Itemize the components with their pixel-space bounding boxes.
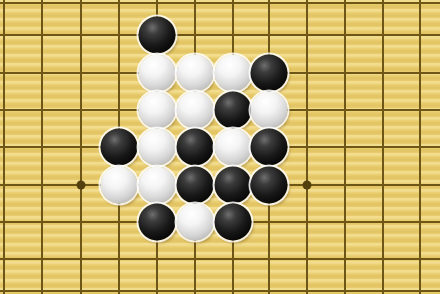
black-stone[interactable] (139, 17, 176, 54)
white-stone[interactable] (177, 92, 214, 129)
grid-line-horizontal (0, 258, 440, 260)
white-stone[interactable] (177, 204, 214, 241)
black-stone[interactable] (214, 166, 251, 203)
white-stone[interactable] (251, 92, 288, 129)
star-point (303, 180, 312, 189)
grid-line-horizontal (0, 2, 440, 4)
white-stone[interactable] (139, 92, 176, 129)
grid-line-horizontal (0, 34, 440, 36)
star-point (77, 180, 86, 189)
black-stone[interactable] (251, 54, 288, 91)
black-stone[interactable] (177, 129, 214, 166)
black-stone[interactable] (251, 166, 288, 203)
white-stone[interactable] (139, 54, 176, 91)
white-stone[interactable] (139, 129, 176, 166)
black-stone[interactable] (214, 92, 251, 129)
grid-line-horizontal (0, 290, 440, 292)
black-stone[interactable] (214, 204, 251, 241)
black-stone[interactable] (139, 204, 176, 241)
black-stone[interactable] (101, 129, 138, 166)
white-stone[interactable] (139, 166, 176, 203)
white-stone[interactable] (214, 54, 251, 91)
black-stone[interactable] (177, 166, 214, 203)
white-stone[interactable] (177, 54, 214, 91)
black-stone[interactable] (251, 129, 288, 166)
white-stone[interactable] (214, 129, 251, 166)
go-board[interactable] (0, 0, 440, 294)
white-stone[interactable] (101, 166, 138, 203)
